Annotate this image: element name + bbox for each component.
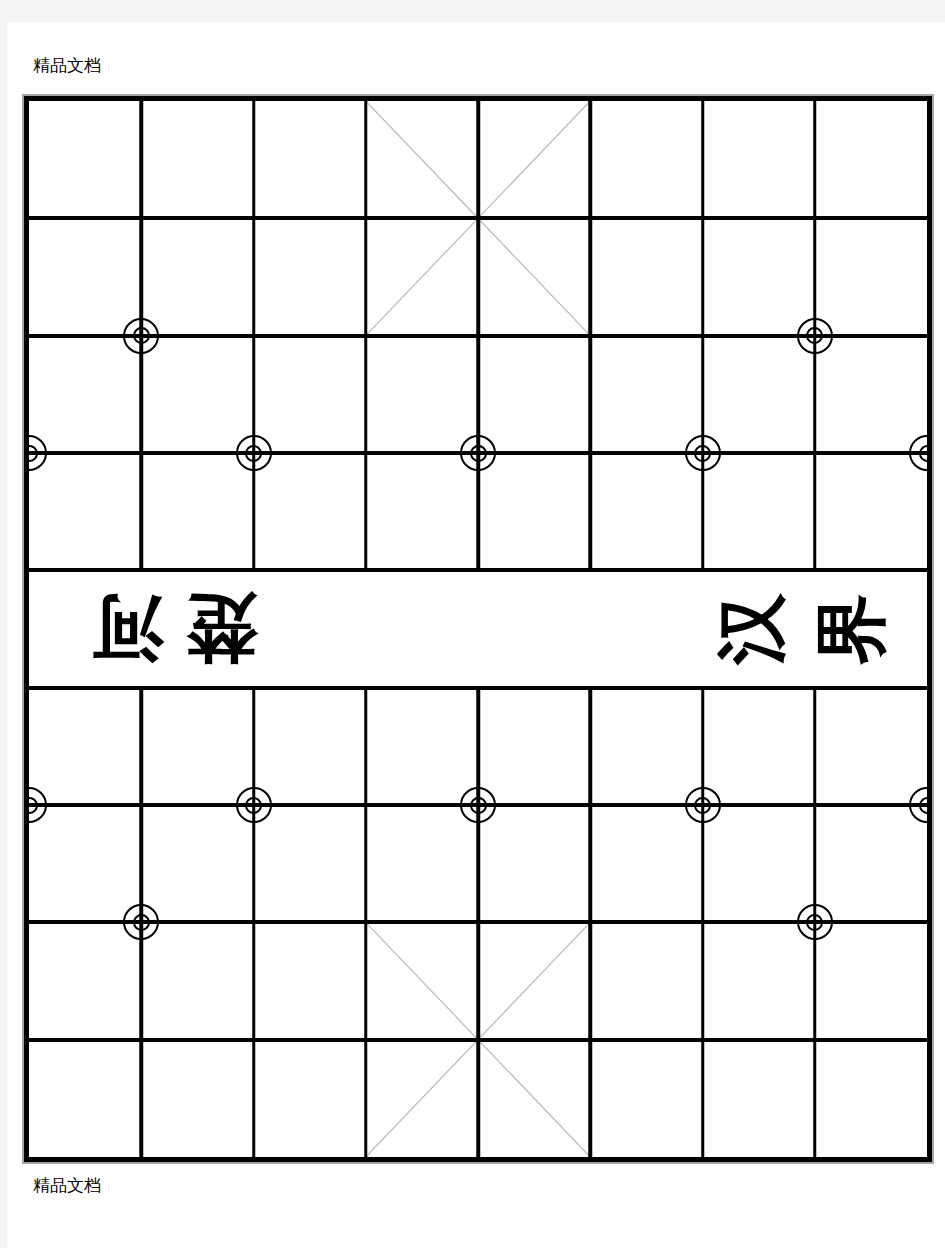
xiangqi-board-frame: 楚河 汉界 <box>24 96 932 1162</box>
river-label-right-char: 界 <box>815 593 887 665</box>
star-point-marker <box>123 318 159 354</box>
star-point-marker <box>460 787 496 823</box>
star-point-marker <box>29 787 47 823</box>
document-page: 精品文档 楚河 汉界 精品文档 <box>7 22 945 1248</box>
document-page-background: { "page": { "header_text": "精品文档", "foot… <box>0 0 945 1248</box>
star-point-marker <box>685 787 721 823</box>
grid-line-v <box>589 101 593 570</box>
grid-line-v <box>364 101 368 570</box>
river-label-right-char: 汉 <box>715 593 787 665</box>
footer-text: 精品文档 <box>33 1175 101 1195</box>
star-point-marker <box>29 435 47 471</box>
river-label-right: 汉界 <box>715 593 887 665</box>
star-point-marker <box>909 787 927 823</box>
star-point-marker <box>460 435 496 471</box>
grid-line-v <box>701 688 705 1157</box>
star-point-marker <box>123 904 159 940</box>
star-point-marker <box>909 435 927 471</box>
star-point-marker <box>797 318 833 354</box>
star-point-marker <box>236 787 272 823</box>
board-grid: 楚河 汉界 <box>29 101 927 1157</box>
grid-line-v <box>589 688 593 1157</box>
star-point-marker <box>797 904 833 940</box>
grid-line-v <box>476 101 480 570</box>
star-point-marker <box>685 435 721 471</box>
header-text: 精品文档 <box>33 55 101 75</box>
river-label-left: 楚河 <box>70 593 258 665</box>
grid-line-v <box>364 688 368 1157</box>
star-point-marker <box>236 435 272 471</box>
grid-line-v <box>252 101 256 570</box>
grid-line-v <box>701 101 705 570</box>
grid-line-v <box>252 688 256 1157</box>
grid-line-v <box>476 688 480 1157</box>
